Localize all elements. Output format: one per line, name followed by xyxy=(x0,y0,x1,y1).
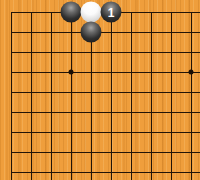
move-number-label: 1 xyxy=(108,6,115,18)
stone-white[interactable] xyxy=(81,2,102,23)
star-point xyxy=(69,70,74,75)
stone-black-move-1[interactable]: 1 xyxy=(101,2,122,23)
go-board-diagram[interactable]: 1 xyxy=(0,0,200,180)
stone-black[interactable] xyxy=(61,2,82,23)
board-grid xyxy=(11,12,200,180)
star-point xyxy=(189,70,194,75)
stone-black[interactable] xyxy=(81,22,102,43)
